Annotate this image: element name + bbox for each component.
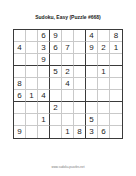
- cell-r6c9: [110, 90, 122, 102]
- cell-r4c2: [26, 66, 38, 78]
- cell-r9c8: 6: [98, 126, 110, 138]
- cell-r3c7: [86, 54, 98, 66]
- cell-r1c2: [26, 30, 38, 42]
- cell-r8c6: [74, 114, 86, 126]
- cell-r6c8: [98, 90, 110, 102]
- cell-r8c8: [98, 114, 110, 126]
- cell-r5c2: [26, 78, 38, 90]
- cell-r3c1: [14, 54, 26, 66]
- cell-r8c5: [62, 114, 74, 126]
- cell-r5c7: [86, 78, 98, 90]
- cell-r3c6: [74, 54, 86, 66]
- cell-r5c5: 4: [62, 78, 74, 90]
- cell-r6c4: [50, 90, 62, 102]
- cell-r1c4: 9: [50, 30, 62, 42]
- cell-r4c6: [74, 66, 86, 78]
- cell-r9c9: [110, 126, 122, 138]
- cell-r1c1: [14, 30, 26, 42]
- cell-r5c1: 8: [14, 78, 26, 90]
- footer-url: www.sudoku-puzzles.net: [0, 165, 136, 169]
- cell-r2c5: 7: [62, 42, 74, 54]
- cell-r7c6: [74, 102, 86, 114]
- cell-r7c4: 2: [50, 102, 62, 114]
- cell-r2c4: 6: [50, 42, 62, 54]
- cell-r2c7: 9: [86, 42, 98, 54]
- cell-r7c2: [26, 102, 38, 114]
- cell-r1c5: [62, 30, 74, 42]
- cell-r7c7: [86, 102, 98, 114]
- cell-r2c3: 3: [38, 42, 50, 54]
- cell-r6c5: [62, 90, 74, 102]
- cell-r8c7: 5: [86, 114, 98, 126]
- cell-r5c8: [98, 78, 110, 90]
- cell-r4c1: [14, 66, 26, 78]
- cell-r7c1: [14, 102, 26, 114]
- cell-r3c5: [62, 54, 74, 66]
- cell-r9c6: 8: [74, 126, 86, 138]
- cell-r6c7: [86, 90, 98, 102]
- cell-r4c4: 5: [50, 66, 62, 78]
- cell-r3c3: 9: [38, 54, 50, 66]
- cell-r9c2: [26, 126, 38, 138]
- cell-r1c8: [98, 30, 110, 42]
- cell-r4c8: 1: [98, 66, 110, 78]
- cell-r9c3: [38, 126, 50, 138]
- cell-r2c9: 1: [110, 42, 122, 54]
- cell-r1c3: 6: [38, 30, 50, 42]
- cell-r4c3: [38, 66, 50, 78]
- cell-r1c6: [74, 30, 86, 42]
- cell-r5c4: [50, 78, 62, 90]
- page-title: Sudoku, Easy (Puzzle #668): [0, 14, 136, 20]
- cell-r3c2: [26, 54, 38, 66]
- cell-r7c5: [62, 102, 74, 114]
- cell-r9c1: 9: [14, 126, 26, 138]
- sudoku-sheet: Sudoku, Easy (Puzzle #668) 6948436792195…: [0, 0, 136, 176]
- cell-r2c2: [26, 42, 38, 54]
- cell-r5c3: [38, 78, 50, 90]
- cell-r1c9: 8: [110, 30, 122, 42]
- cell-r4c7: [86, 66, 98, 78]
- cell-r8c1: [14, 114, 26, 126]
- cell-r6c2: 1: [26, 90, 38, 102]
- cell-r8c3: 1: [38, 114, 50, 126]
- cell-r5c9: [110, 78, 122, 90]
- cell-r2c8: 2: [98, 42, 110, 54]
- cell-r6c6: [74, 90, 86, 102]
- cell-r4c5: 2: [62, 66, 74, 78]
- cell-r9c4: [50, 126, 62, 138]
- cell-r2c6: [74, 42, 86, 54]
- cell-r3c9: [110, 54, 122, 66]
- cell-r3c4: [50, 54, 62, 66]
- cell-r7c3: [38, 102, 50, 114]
- cell-r7c9: [110, 102, 122, 114]
- cell-r4c9: [110, 66, 122, 78]
- cell-r8c4: [50, 114, 62, 126]
- cell-r6c3: 4: [38, 90, 50, 102]
- cell-r8c9: [110, 114, 122, 126]
- cell-r8c2: [26, 114, 38, 126]
- sudoku-grid: 6948436792195218461421591836: [13, 29, 123, 139]
- cell-r6c1: 6: [14, 90, 26, 102]
- cell-r2c1: 4: [14, 42, 26, 54]
- cell-r1c7: 4: [86, 30, 98, 42]
- cell-r7c8: [98, 102, 110, 114]
- cell-r5c6: [74, 78, 86, 90]
- cell-r9c7: 3: [86, 126, 98, 138]
- cell-r9c5: 1: [62, 126, 74, 138]
- cell-r3c8: [98, 54, 110, 66]
